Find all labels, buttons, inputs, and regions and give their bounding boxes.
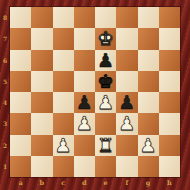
file-label-d: d <box>74 177 95 188</box>
square-c6[interactable] <box>53 50 74 71</box>
square-c2[interactable]: ♟ <box>53 135 74 156</box>
file-label-a: a <box>10 177 31 188</box>
square-d4[interactable]: ♟ <box>74 92 95 113</box>
black-pawn[interactable]: ♟ <box>95 50 116 71</box>
square-h5[interactable] <box>159 71 180 92</box>
file-label-e: e <box>95 177 116 188</box>
square-h6[interactable] <box>159 50 180 71</box>
square-d6[interactable] <box>74 50 95 71</box>
white-pawn[interactable]: ♟ <box>74 113 95 134</box>
rank-label-5: 5 <box>0 71 10 92</box>
square-a1[interactable] <box>10 156 31 177</box>
white-pawn[interactable]: ♟ <box>95 92 116 113</box>
square-g2[interactable]: ♟ <box>138 135 159 156</box>
square-f1[interactable] <box>116 156 137 177</box>
white-pawn[interactable]: ♟ <box>53 135 74 156</box>
square-c1[interactable] <box>53 156 74 177</box>
file-label-f: f <box>116 177 137 188</box>
chess-board[interactable]: ♚♟♚♟♟♟♟♟♟♜♟ <box>10 7 180 177</box>
square-e1[interactable] <box>95 156 116 177</box>
rank-label-7: 7 <box>0 28 10 49</box>
square-d7[interactable] <box>74 28 95 49</box>
square-b5[interactable] <box>31 71 52 92</box>
square-g8[interactable] <box>138 7 159 28</box>
rank-labels: 87654321 <box>0 7 10 177</box>
square-d8[interactable] <box>74 7 95 28</box>
square-f6[interactable] <box>116 50 137 71</box>
rank-label-2: 2 <box>0 135 10 156</box>
file-label-h: h <box>159 177 180 188</box>
square-b2[interactable] <box>31 135 52 156</box>
square-g6[interactable] <box>138 50 159 71</box>
square-b6[interactable] <box>31 50 52 71</box>
square-c3[interactable] <box>53 113 74 134</box>
white-rook[interactable]: ♜ <box>95 135 116 156</box>
square-f4[interactable]: ♟ <box>116 92 137 113</box>
square-e2[interactable]: ♜ <box>95 135 116 156</box>
square-h2[interactable] <box>159 135 180 156</box>
square-d2[interactable] <box>74 135 95 156</box>
white-pawn[interactable]: ♟ <box>116 113 137 134</box>
square-a2[interactable] <box>10 135 31 156</box>
square-h4[interactable] <box>159 92 180 113</box>
square-e7[interactable]: ♚ <box>95 28 116 49</box>
square-e4[interactable]: ♟ <box>95 92 116 113</box>
rank-label-3: 3 <box>0 113 10 134</box>
square-g1[interactable] <box>138 156 159 177</box>
square-d3[interactable]: ♟ <box>74 113 95 134</box>
square-f5[interactable] <box>116 71 137 92</box>
rank-label-6: 6 <box>0 50 10 71</box>
square-c4[interactable] <box>53 92 74 113</box>
square-f2[interactable] <box>116 135 137 156</box>
square-d1[interactable] <box>74 156 95 177</box>
square-e5[interactable]: ♚ <box>95 71 116 92</box>
square-a4[interactable] <box>10 92 31 113</box>
square-d5[interactable] <box>74 71 95 92</box>
square-h3[interactable] <box>159 113 180 134</box>
square-g7[interactable] <box>138 28 159 49</box>
black-pawn[interactable]: ♟ <box>116 92 137 113</box>
file-label-g: g <box>138 177 159 188</box>
square-b8[interactable] <box>31 7 52 28</box>
square-a3[interactable] <box>10 113 31 134</box>
square-c7[interactable] <box>53 28 74 49</box>
square-a8[interactable] <box>10 7 31 28</box>
square-h1[interactable] <box>159 156 180 177</box>
square-f7[interactable] <box>116 28 137 49</box>
file-label-c: c <box>53 177 74 188</box>
square-g5[interactable] <box>138 71 159 92</box>
white-king[interactable]: ♚ <box>95 28 116 49</box>
square-b7[interactable] <box>31 28 52 49</box>
square-a7[interactable] <box>10 28 31 49</box>
rank-label-8: 8 <box>0 7 10 28</box>
square-c5[interactable] <box>53 71 74 92</box>
file-label-b: b <box>31 177 52 188</box>
square-f8[interactable] <box>116 7 137 28</box>
square-a6[interactable] <box>10 50 31 71</box>
square-e6[interactable]: ♟ <box>95 50 116 71</box>
black-king[interactable]: ♚ <box>95 71 116 92</box>
file-labels: abcdefgh <box>10 177 180 188</box>
rank-label-1: 1 <box>0 156 10 177</box>
square-e3[interactable] <box>95 113 116 134</box>
square-g4[interactable] <box>138 92 159 113</box>
chess-diagram: 87654321 ♚♟♚♟♟♟♟♟♟♜♟ abcdefgh <box>0 0 190 190</box>
square-b3[interactable] <box>31 113 52 134</box>
square-g3[interactable] <box>138 113 159 134</box>
square-b1[interactable] <box>31 156 52 177</box>
square-h7[interactable] <box>159 28 180 49</box>
square-f3[interactable]: ♟ <box>116 113 137 134</box>
square-c8[interactable] <box>53 7 74 28</box>
square-b4[interactable] <box>31 92 52 113</box>
black-pawn[interactable]: ♟ <box>74 92 95 113</box>
square-h8[interactable] <box>159 7 180 28</box>
rank-label-4: 4 <box>0 92 10 113</box>
square-e8[interactable] <box>95 7 116 28</box>
square-a5[interactable] <box>10 71 31 92</box>
white-pawn[interactable]: ♟ <box>138 135 159 156</box>
